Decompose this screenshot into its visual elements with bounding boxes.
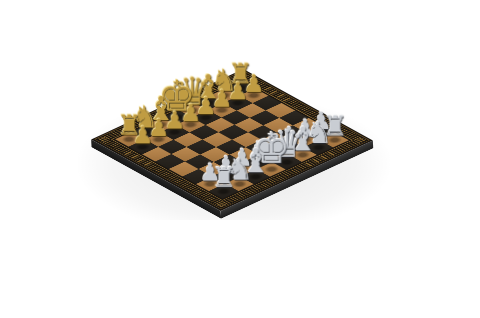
piece-white-pawn: ♟ xyxy=(113,123,173,147)
piece-black-rook: ♜ xyxy=(194,164,254,192)
product-photo-stage: ♜♟♟♜♞♟♟♞♝♟♟♝♛♟♟♛♚♟♟♚♝♟♟♝♞♟♟♞♜♟♟♜ xyxy=(0,0,480,318)
